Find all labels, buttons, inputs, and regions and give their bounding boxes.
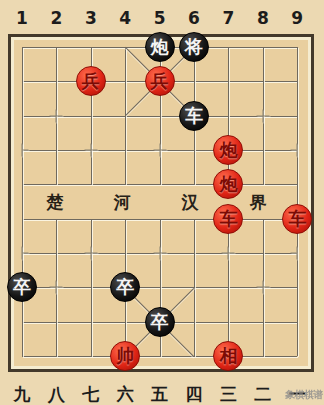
point-marker-f1r4 [16, 143, 29, 156]
river-char-河: 河 [114, 191, 131, 214]
file-label-bottom-2: 八 [48, 383, 65, 405]
file-label-top-5: 5 [154, 8, 166, 28]
piece-red-pawn[interactable]: 兵 [76, 66, 106, 96]
file-label-top-7: 7 [222, 8, 234, 28]
point-marker-f2r8 [50, 281, 63, 294]
file-label-top-2: 2 [50, 8, 62, 28]
xiangqi-board-screenshot: 123456789 楚河汉界 炮将兵兵车炮炮车车卒卒卒帅相 九八七六五四三二一 … [0, 0, 324, 405]
file-label-top-4: 4 [119, 8, 131, 28]
point-marker-f8r8 [256, 281, 269, 294]
file-label-top-3: 3 [85, 8, 97, 28]
grid-hline-rank-10 [22, 356, 297, 357]
point-marker-f3r7 [84, 246, 97, 259]
file-label-top-8: 8 [257, 8, 269, 28]
grid-vline-file-9 [297, 47, 298, 356]
file-label-top-1: 1 [16, 8, 28, 28]
piece-black-cannon[interactable]: 炮 [145, 32, 175, 62]
point-marker-f2r3 [50, 109, 63, 122]
point-marker-f9r4 [291, 143, 304, 156]
piece-red-chariot[interactable]: 车 [282, 204, 312, 234]
point-marker-f8r3 [256, 109, 269, 122]
file-label-top-9: 9 [291, 8, 303, 28]
river-char-界: 界 [250, 191, 267, 214]
river-char-汉: 汉 [182, 191, 199, 214]
grid-vline-file-1 [22, 47, 23, 356]
river-char-楚: 楚 [47, 191, 64, 214]
piece-red-chariot[interactable]: 车 [213, 204, 243, 234]
file-label-bottom-5: 五 [151, 383, 168, 405]
piece-black-pawn[interactable]: 卒 [145, 307, 175, 337]
point-marker-f5r7 [153, 246, 166, 259]
piece-red-general[interactable]: 帅 [110, 341, 140, 371]
file-label-bottom-8: 二 [254, 383, 271, 405]
point-marker-f3r4 [84, 143, 97, 156]
point-marker-f7r7 [222, 246, 235, 259]
piece-red-pawn[interactable]: 兵 [145, 66, 175, 96]
piece-black-general[interactable]: 将 [179, 32, 209, 62]
file-label-bottom-3: 七 [82, 383, 99, 405]
point-marker-f1r7 [16, 246, 29, 259]
file-label-bottom-6: 四 [186, 383, 203, 405]
piece-black-chariot[interactable]: 车 [179, 101, 209, 131]
file-label-bottom-7: 三 [220, 383, 237, 405]
watermark: 象棋棋谱 [285, 388, 323, 402]
file-label-bottom-4: 六 [117, 383, 134, 405]
point-marker-f9r7 [291, 246, 304, 259]
point-marker-f5r4 [153, 143, 166, 156]
grid-vline-file-7-bottom [228, 219, 229, 356]
grid-hline-rank-5 [22, 184, 297, 185]
grid-vline-file-3-bottom [91, 219, 92, 356]
file-label-top-6: 6 [188, 8, 200, 28]
file-label-bottom-1: 九 [14, 383, 31, 405]
